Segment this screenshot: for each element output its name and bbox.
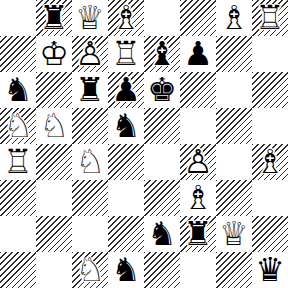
black-knight-halo: ♞ (0, 72, 36, 108)
square-e5[interactable] (144, 108, 180, 144)
white-bishop-halo: ♝ (252, 144, 288, 180)
white-pawn-piece: ♙ (180, 144, 216, 180)
square-b6[interactable] (36, 72, 72, 108)
white-knight-piece: ♘ (72, 252, 108, 288)
white-king-halo: ♚ (36, 36, 72, 72)
square-b7[interactable]: ♚♔ (36, 36, 72, 72)
black-queen-piece: ♛ (252, 252, 288, 288)
white-king-piece: ♔ (36, 36, 72, 72)
square-d5[interactable]: ♞♞ (108, 108, 144, 144)
black-knight-halo: ♞ (108, 252, 144, 288)
white-bishop-halo: ♝ (216, 0, 252, 36)
square-c6[interactable]: ♜♜ (72, 72, 108, 108)
square-d8[interactable]: ♝♗ (108, 0, 144, 36)
square-h3[interactable] (252, 180, 288, 216)
square-c4[interactable]: ♞♘ (72, 144, 108, 180)
white-bishop-halo: ♝ (180, 180, 216, 216)
black-king-halo: ♚ (144, 72, 180, 108)
black-pawn-halo: ♟ (108, 72, 144, 108)
square-b4[interactable] (36, 144, 72, 180)
black-king-piece: ♚ (144, 72, 180, 108)
square-g3[interactable] (216, 180, 252, 216)
white-knight-halo: ♞ (72, 252, 108, 288)
white-bishop-piece: ♗ (180, 180, 216, 216)
black-pawn-halo: ♟ (180, 36, 216, 72)
white-rook-piece: ♖ (0, 144, 36, 180)
square-d3[interactable] (108, 180, 144, 216)
white-queen-halo: ♛ (72, 0, 108, 36)
square-f4[interactable]: ♟♙ (180, 144, 216, 180)
square-h1[interactable]: ♛♛ (252, 252, 288, 288)
white-rook-piece: ♖ (108, 36, 144, 72)
black-rook-halo: ♜ (180, 216, 216, 252)
black-rook-piece: ♜ (72, 72, 108, 108)
square-e7[interactable]: ♝♝ (144, 36, 180, 72)
white-bishop-piece: ♗ (108, 0, 144, 36)
white-bishop-piece: ♗ (252, 144, 288, 180)
square-h4[interactable]: ♝♗ (252, 144, 288, 180)
square-h8[interactable]: ♜♖ (252, 0, 288, 36)
square-g7[interactable] (216, 36, 252, 72)
square-a8[interactable] (0, 0, 36, 36)
square-a2[interactable] (0, 216, 36, 252)
white-knight-halo: ♞ (36, 108, 72, 144)
square-h7[interactable] (252, 36, 288, 72)
square-f3[interactable]: ♝♗ (180, 180, 216, 216)
square-e4[interactable] (144, 144, 180, 180)
square-g2[interactable]: ♛♕ (216, 216, 252, 252)
white-knight-piece: ♘ (72, 144, 108, 180)
white-rook-halo: ♜ (252, 0, 288, 36)
black-bishop-piece: ♝ (144, 36, 180, 72)
square-d4[interactable] (108, 144, 144, 180)
white-queen-piece: ♕ (72, 0, 108, 36)
white-queen-halo: ♛ (216, 216, 252, 252)
square-a3[interactable] (0, 180, 36, 216)
square-e2[interactable]: ♞♞ (144, 216, 180, 252)
square-g8[interactable]: ♝♗ (216, 0, 252, 36)
black-knight-piece: ♞ (108, 252, 144, 288)
black-knight-piece: ♞ (144, 216, 180, 252)
square-e1[interactable] (144, 252, 180, 288)
white-knight-halo: ♞ (72, 144, 108, 180)
white-bishop-halo: ♝ (108, 0, 144, 36)
square-f6[interactable] (180, 72, 216, 108)
black-rook-halo: ♜ (36, 0, 72, 36)
black-rook-piece: ♜ (36, 0, 72, 36)
square-f7[interactable]: ♟♟ (180, 36, 216, 72)
black-knight-halo: ♞ (108, 108, 144, 144)
black-knight-piece: ♞ (108, 108, 144, 144)
white-rook-halo: ♜ (108, 36, 144, 72)
square-e6[interactable]: ♚♚ (144, 72, 180, 108)
white-knight-halo: ♞ (0, 108, 36, 144)
square-d1[interactable]: ♞♞ (108, 252, 144, 288)
square-g5[interactable] (216, 108, 252, 144)
square-f8[interactable] (180, 0, 216, 36)
square-b5[interactable]: ♞♘ (36, 108, 72, 144)
black-knight-halo: ♞ (144, 216, 180, 252)
square-b8[interactable]: ♜♜ (36, 0, 72, 36)
white-queen-piece: ♕ (216, 216, 252, 252)
square-c3[interactable] (72, 180, 108, 216)
black-knight-piece: ♞ (0, 72, 36, 108)
square-c7[interactable]: ♟♙ (72, 36, 108, 72)
white-pawn-halo: ♟ (180, 144, 216, 180)
square-g6[interactable] (216, 72, 252, 108)
square-a5[interactable]: ♞♘ (0, 108, 36, 144)
square-f1[interactable] (180, 252, 216, 288)
square-g1[interactable] (216, 252, 252, 288)
white-pawn-halo: ♟ (72, 36, 108, 72)
square-b1[interactable] (36, 252, 72, 288)
square-e3[interactable] (144, 180, 180, 216)
square-f2[interactable]: ♜♜ (180, 216, 216, 252)
square-a6[interactable]: ♞♞ (0, 72, 36, 108)
white-rook-halo: ♜ (0, 144, 36, 180)
square-b2[interactable] (36, 216, 72, 252)
square-c5[interactable] (72, 108, 108, 144)
square-a7[interactable] (0, 36, 36, 72)
black-pawn-piece: ♟ (180, 36, 216, 72)
square-g4[interactable] (216, 144, 252, 180)
white-pawn-piece: ♙ (72, 36, 108, 72)
black-pawn-piece: ♟ (108, 72, 144, 108)
square-h2[interactable] (252, 216, 288, 252)
square-c2[interactable] (72, 216, 108, 252)
black-rook-halo: ♜ (72, 72, 108, 108)
square-d2[interactable] (108, 216, 144, 252)
square-c8[interactable]: ♛♕ (72, 0, 108, 36)
square-d7[interactable]: ♜♖ (108, 36, 144, 72)
square-e8[interactable] (144, 0, 180, 36)
square-d6[interactable]: ♟♟ (108, 72, 144, 108)
square-f5[interactable] (180, 108, 216, 144)
black-rook-piece: ♜ (180, 216, 216, 252)
white-knight-piece: ♘ (36, 108, 72, 144)
white-knight-piece: ♘ (0, 108, 36, 144)
chess-board: ♜♜♛♕♝♗♝♗♜♖♚♔♟♙♜♖♝♝♟♟♞♞♜♜♟♟♚♚♞♘♞♘♞♞♜♖♞♘♟♙… (0, 0, 288, 288)
black-queen-halo: ♛ (252, 252, 288, 288)
square-c1[interactable]: ♞♘ (72, 252, 108, 288)
square-h5[interactable] (252, 108, 288, 144)
square-a4[interactable]: ♜♖ (0, 144, 36, 180)
square-h6[interactable] (252, 72, 288, 108)
white-rook-piece: ♖ (252, 0, 288, 36)
square-b3[interactable] (36, 180, 72, 216)
black-bishop-halo: ♝ (144, 36, 180, 72)
white-bishop-piece: ♗ (216, 0, 252, 36)
square-a1[interactable] (0, 252, 36, 288)
